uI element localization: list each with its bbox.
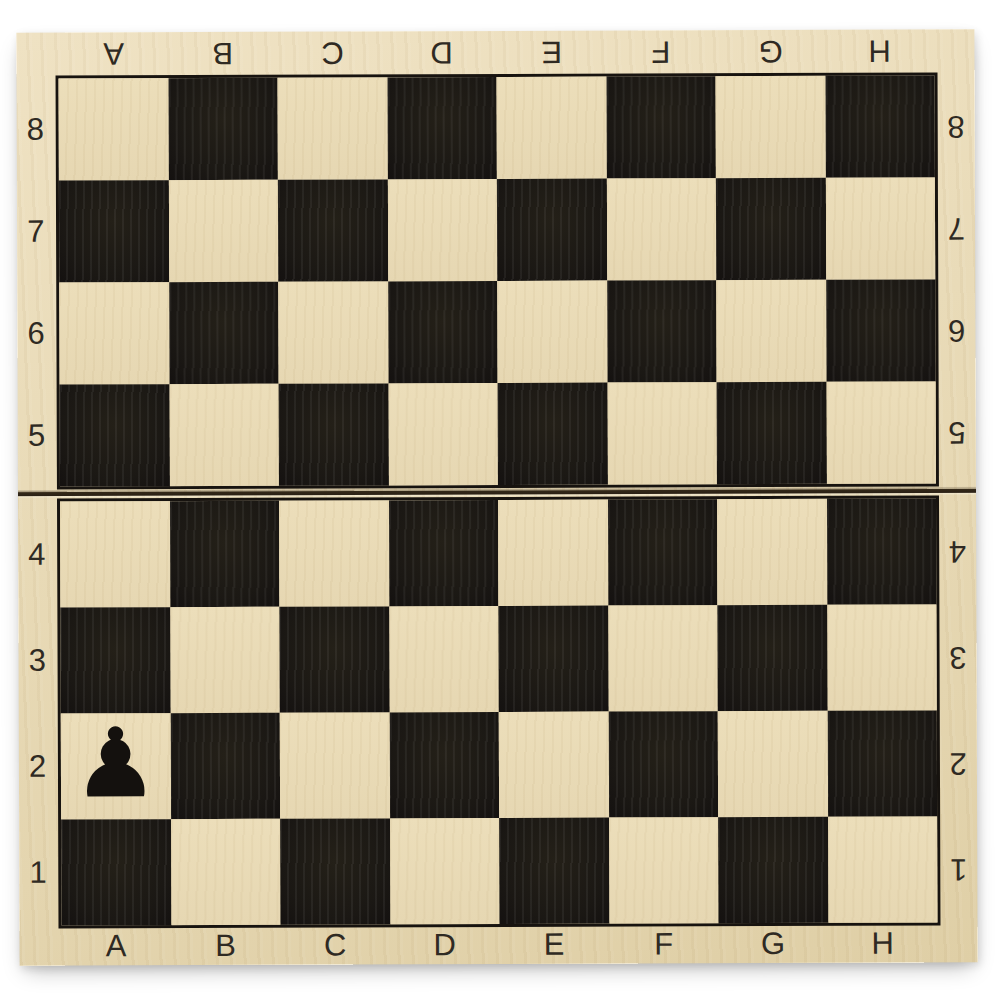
square-g1[interactable] <box>718 817 828 923</box>
square-d5[interactable] <box>388 383 498 485</box>
square-b4[interactable] <box>170 501 280 607</box>
square-a4[interactable] <box>60 501 170 607</box>
chessboard: ♟ AABBCCDDEEFFGGHH8877665544332211 <box>16 29 977 965</box>
square-h4[interactable] <box>827 498 937 604</box>
board-photo: ♟ AABBCCDDEEFFGGHH8877665544332211 <box>0 0 1000 1000</box>
rank-label-left-5: 5 <box>28 418 46 454</box>
file-label-top-b: B <box>212 35 233 71</box>
square-f1[interactable] <box>609 817 719 923</box>
square-f8[interactable] <box>606 76 716 178</box>
chess-board-grid: ♟ <box>56 72 941 928</box>
rank-label-left-1: 1 <box>29 855 47 891</box>
square-g5[interactable] <box>717 382 827 484</box>
square-h2[interactable] <box>827 710 937 816</box>
file-label-bottom-d: D <box>433 927 456 963</box>
rank-label-left-7: 7 <box>27 214 45 250</box>
rank-label-left-4: 4 <box>28 537 46 573</box>
square-h3[interactable] <box>827 604 937 710</box>
square-h8[interactable] <box>825 75 935 177</box>
square-d1[interactable] <box>390 818 500 924</box>
square-e5[interactable] <box>498 383 608 485</box>
square-f6[interactable] <box>607 280 717 382</box>
square-c5[interactable] <box>279 383 389 485</box>
square-d8[interactable] <box>387 77 497 179</box>
file-label-top-e: E <box>541 34 562 70</box>
square-d2[interactable] <box>389 712 499 818</box>
square-a7[interactable] <box>59 180 169 282</box>
square-f3[interactable] <box>608 605 718 711</box>
square-c2[interactable] <box>280 712 390 818</box>
rank-label-right-5: 5 <box>948 414 966 450</box>
file-label-bottom-g: G <box>761 926 786 962</box>
square-c1[interactable] <box>280 818 390 924</box>
square-a1[interactable] <box>61 819 171 925</box>
square-d6[interactable] <box>388 281 498 383</box>
square-e6[interactable] <box>497 281 607 383</box>
square-h1[interactable] <box>828 816 938 922</box>
square-g8[interactable] <box>716 76 826 178</box>
square-b2[interactable] <box>170 713 280 819</box>
file-label-top-d: D <box>430 34 453 70</box>
rank-label-right-7: 7 <box>947 210 965 246</box>
file-label-top-g: G <box>758 33 783 69</box>
rank-label-right-2: 2 <box>949 745 967 781</box>
square-a3[interactable] <box>60 607 170 713</box>
square-e2[interactable] <box>499 712 609 818</box>
square-b8[interactable] <box>168 78 278 180</box>
file-label-bottom-f: F <box>654 926 674 962</box>
rank-label-left-8: 8 <box>27 112 45 148</box>
square-c8[interactable] <box>278 77 388 179</box>
board-half-bottom: ♟ <box>57 495 940 928</box>
rank-label-right-6: 6 <box>947 312 965 348</box>
square-f4[interactable] <box>608 499 718 605</box>
square-a2[interactable]: ♟ <box>61 713 171 819</box>
square-e3[interactable] <box>498 606 608 712</box>
rank-label-left-3: 3 <box>29 643 47 679</box>
square-h7[interactable] <box>825 177 935 279</box>
square-c4[interactable] <box>279 500 389 606</box>
square-h6[interactable] <box>826 279 936 381</box>
square-f5[interactable] <box>607 382 717 484</box>
file-label-bottom-e: E <box>544 927 565 963</box>
file-label-bottom-c: C <box>324 928 347 964</box>
rank-label-right-8: 8 <box>947 108 965 144</box>
file-label-top-c: C <box>321 35 344 71</box>
file-label-top-h: H <box>868 33 891 69</box>
file-label-bottom-a: A <box>106 928 127 964</box>
square-c6[interactable] <box>278 281 388 383</box>
file-label-top-a: A <box>103 35 124 71</box>
square-d3[interactable] <box>389 606 499 712</box>
rank-label-right-1: 1 <box>949 851 967 887</box>
file-label-top-f: F <box>651 33 671 69</box>
square-a6[interactable] <box>59 282 169 384</box>
square-c7[interactable] <box>278 179 388 281</box>
square-a5[interactable] <box>60 384 170 486</box>
square-f7[interactable] <box>606 178 716 280</box>
square-g3[interactable] <box>717 605 827 711</box>
rank-label-right-3: 3 <box>949 639 967 675</box>
rank-label-left-2: 2 <box>29 749 47 785</box>
square-a8[interactable] <box>59 78 169 180</box>
square-g7[interactable] <box>716 178 826 280</box>
square-b3[interactable] <box>170 607 280 713</box>
board-half-top <box>56 72 939 489</box>
square-b5[interactable] <box>169 384 279 486</box>
square-g4[interactable] <box>717 499 827 605</box>
square-e1[interactable] <box>499 818 609 924</box>
square-e7[interactable] <box>497 179 607 281</box>
square-d4[interactable] <box>389 500 499 606</box>
square-d7[interactable] <box>387 179 497 281</box>
file-label-bottom-b: B <box>215 928 236 964</box>
square-g2[interactable] <box>718 711 828 817</box>
square-e4[interactable] <box>498 500 608 606</box>
rank-label-right-4: 4 <box>948 533 966 569</box>
square-g6[interactable] <box>716 280 826 382</box>
black-pawn[interactable]: ♟ <box>72 715 158 811</box>
square-h5[interactable] <box>826 381 936 483</box>
file-label-bottom-h: H <box>871 926 894 962</box>
square-c3[interactable] <box>279 606 389 712</box>
square-b6[interactable] <box>169 282 279 384</box>
square-e8[interactable] <box>497 77 607 179</box>
square-b7[interactable] <box>168 180 278 282</box>
square-f2[interactable] <box>608 711 718 817</box>
rank-label-left-6: 6 <box>27 316 45 352</box>
square-b1[interactable] <box>171 819 281 925</box>
